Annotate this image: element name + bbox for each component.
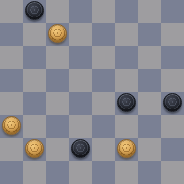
- square-r0c0-light: [0, 0, 23, 23]
- square-r5c3-light: [69, 115, 92, 138]
- square-r1c5-light: [115, 23, 138, 46]
- square-r2c7-dark[interactable]: [161, 46, 184, 69]
- square-r1c7-light: [161, 23, 184, 46]
- square-r7c1-light: [23, 161, 46, 184]
- white-man-r5c0[interactable]: [2, 116, 21, 135]
- square-r4c3-dark[interactable]: [69, 92, 92, 115]
- square-r7c0-dark[interactable]: [0, 161, 23, 184]
- square-r4c5-dark[interactable]: [115, 92, 138, 115]
- square-r2c6-light: [138, 46, 161, 69]
- square-r6c6-light: [138, 138, 161, 161]
- square-r1c6-dark[interactable]: [138, 23, 161, 46]
- square-r5c7-light: [161, 115, 184, 138]
- square-r4c1-dark[interactable]: [23, 92, 46, 115]
- white-man-r6c5[interactable]: [117, 139, 136, 158]
- square-r2c5-dark[interactable]: [115, 46, 138, 69]
- square-r3c2-dark[interactable]: [46, 69, 69, 92]
- square-r3c6-dark[interactable]: [138, 69, 161, 92]
- black-man-r4c5[interactable]: [117, 93, 136, 112]
- black-man-r0c1[interactable]: [25, 1, 44, 20]
- white-man-r6c1[interactable]: [25, 139, 44, 158]
- square-r2c0-light: [0, 46, 23, 69]
- white-man-r1c2[interactable]: [48, 24, 67, 43]
- square-r2c2-light: [46, 46, 69, 69]
- square-r5c5-light: [115, 115, 138, 138]
- square-r2c1-dark[interactable]: [23, 46, 46, 69]
- square-r2c3-dark[interactable]: [69, 46, 92, 69]
- square-r3c5-light: [115, 69, 138, 92]
- square-r0c5-dark[interactable]: [115, 0, 138, 23]
- square-r7c3-light: [69, 161, 92, 184]
- square-r3c7-light: [161, 69, 184, 92]
- square-r6c3-dark[interactable]: [69, 138, 92, 161]
- square-r0c7-dark[interactable]: [161, 0, 184, 23]
- square-r4c4-light: [92, 92, 115, 115]
- square-r5c6-dark[interactable]: [138, 115, 161, 138]
- square-r3c0-dark[interactable]: [0, 69, 23, 92]
- square-r7c6-dark[interactable]: [138, 161, 161, 184]
- square-r4c6-light: [138, 92, 161, 115]
- square-r5c1-light: [23, 115, 46, 138]
- square-r1c0-dark[interactable]: [0, 23, 23, 46]
- square-r5c2-dark[interactable]: [46, 115, 69, 138]
- square-r1c4-dark[interactable]: [92, 23, 115, 46]
- square-r7c2-dark[interactable]: [46, 161, 69, 184]
- square-r4c0-light: [0, 92, 23, 115]
- square-r7c7-light: [161, 161, 184, 184]
- square-r6c2-light: [46, 138, 69, 161]
- black-man-r4c7[interactable]: [163, 93, 182, 112]
- square-r1c2-dark[interactable]: [46, 23, 69, 46]
- square-r0c1-dark[interactable]: [23, 0, 46, 23]
- square-r6c5-dark[interactable]: [115, 138, 138, 161]
- checkers-board: [0, 0, 184, 184]
- square-r7c5-light: [115, 161, 138, 184]
- square-r5c4-dark[interactable]: [92, 115, 115, 138]
- square-r0c6-light: [138, 0, 161, 23]
- square-r2c4-light: [92, 46, 115, 69]
- square-r7c4-dark[interactable]: [92, 161, 115, 184]
- square-r4c2-light: [46, 92, 69, 115]
- square-r0c3-dark[interactable]: [69, 0, 92, 23]
- square-r3c4-dark[interactable]: [92, 69, 115, 92]
- square-r0c2-light: [46, 0, 69, 23]
- square-r0c4-light: [92, 0, 115, 23]
- square-r6c0-light: [0, 138, 23, 161]
- square-r3c3-light: [69, 69, 92, 92]
- black-man-r6c3[interactable]: [71, 139, 90, 158]
- square-r5c0-dark[interactable]: [0, 115, 23, 138]
- square-r1c1-light: [23, 23, 46, 46]
- square-r1c3-light: [69, 23, 92, 46]
- square-r4c7-dark[interactable]: [161, 92, 184, 115]
- square-r6c7-dark[interactable]: [161, 138, 184, 161]
- square-r3c1-light: [23, 69, 46, 92]
- square-r6c1-dark[interactable]: [23, 138, 46, 161]
- square-r6c4-light: [92, 138, 115, 161]
